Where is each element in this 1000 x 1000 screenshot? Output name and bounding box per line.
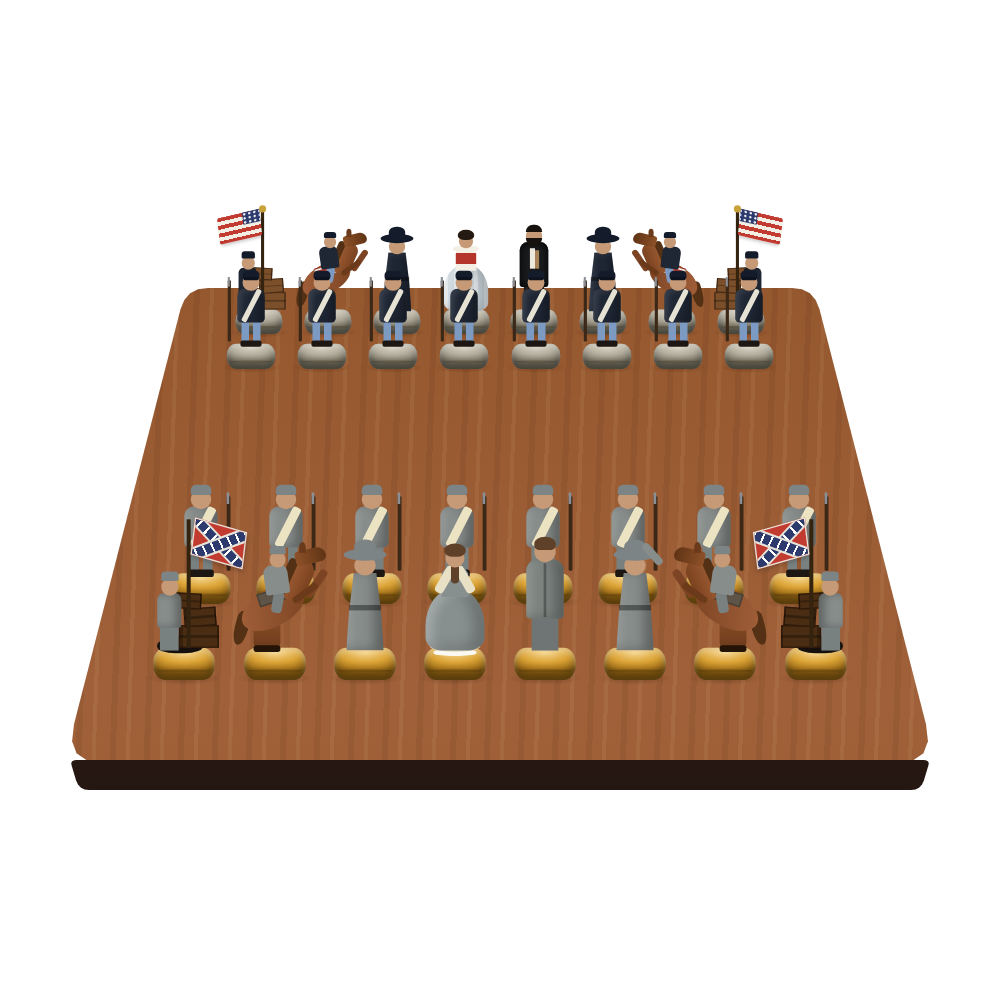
part-sash <box>597 289 618 323</box>
part-sh <box>668 594 760 611</box>
part-sash <box>241 289 262 323</box>
piece-union-black-bishop-f8 <box>542 171 665 334</box>
part-khair <box>526 225 542 232</box>
part-rider-t <box>318 245 339 270</box>
part-coat <box>697 507 730 548</box>
part-shawlR <box>454 564 477 594</box>
part-legs <box>275 545 298 576</box>
part-rifle <box>483 496 487 570</box>
part-kcoat <box>520 242 549 287</box>
part-bse <box>599 573 658 604</box>
part-sash <box>739 289 760 323</box>
part-kvent <box>544 563 547 617</box>
part-bse <box>582 344 631 369</box>
part-legs <box>313 321 332 346</box>
piece-union-black-knight-b8 <box>266 171 389 334</box>
part-brim <box>599 278 614 281</box>
part-sh <box>411 594 503 611</box>
part-boots <box>444 569 470 577</box>
piece-union-black-knight-g8 <box>611 171 734 334</box>
part-sh <box>284 361 360 375</box>
part-rider-h <box>269 551 285 567</box>
part-hneck <box>683 557 720 605</box>
part-b-c <box>241 251 254 258</box>
part-ohead <box>625 555 646 575</box>
part-boots <box>383 341 404 347</box>
part-hlegF1 <box>350 249 369 273</box>
part-hatbrim <box>587 234 620 243</box>
part-sash <box>274 506 302 549</box>
piece-union-black-pawn-f7 <box>543 200 670 369</box>
part-kepi <box>669 271 686 279</box>
piece-confederate-white-pawn-b2 <box>209 399 363 604</box>
part-bse <box>695 648 757 680</box>
part-sh <box>360 326 434 339</box>
piece-confederate-white-pawn-h2 <box>722 399 876 604</box>
piece-confederate-white-rook-a1 <box>104 466 265 680</box>
piece-confederate-white-bishop-f1 <box>555 466 716 680</box>
part-bse <box>298 344 347 369</box>
part-riftip <box>654 492 657 504</box>
part-skwhite <box>433 649 476 656</box>
part-hatbrim <box>614 549 657 561</box>
part-sh <box>582 594 674 611</box>
part-sack <box>158 637 204 653</box>
part-rifle <box>739 496 743 570</box>
piece-union-black-pawn-g7 <box>614 200 741 369</box>
part-sh <box>587 669 683 686</box>
part-bodice <box>455 248 475 270</box>
part-b-h <box>745 256 758 269</box>
piece-union-black-pawn-d7 <box>401 200 528 369</box>
piece-confederate-white-pawn-g2 <box>637 399 791 604</box>
part-rifle <box>568 496 572 570</box>
part-sh <box>640 361 716 375</box>
part-head <box>276 490 297 509</box>
part-bse <box>514 648 576 680</box>
part-b-legs <box>821 626 840 650</box>
part-kcoat <box>526 559 563 618</box>
part-b-legs <box>160 626 179 650</box>
part-boots <box>241 341 262 347</box>
part-riftip <box>568 492 571 504</box>
part-sash <box>189 506 217 549</box>
piece-union-black-pawn-a7 <box>188 200 315 369</box>
part-boots <box>596 341 617 347</box>
part-khair <box>534 537 555 550</box>
part-bse <box>428 573 487 604</box>
part-brim <box>670 278 685 281</box>
part-sh <box>767 669 863 686</box>
part-hear <box>695 542 702 553</box>
part-flagC <box>752 517 809 569</box>
part-ocoat <box>589 252 618 311</box>
part-sh <box>569 361 645 375</box>
part-rifle <box>512 281 515 342</box>
part-rider-t <box>710 563 738 596</box>
part-b-h <box>241 256 254 269</box>
part-riftip <box>312 492 315 504</box>
part-khead <box>526 228 542 244</box>
part-brim <box>741 278 756 281</box>
part-head <box>598 275 615 291</box>
pieces-layer <box>0 0 1000 1000</box>
part-boots <box>525 341 546 347</box>
part-flagC <box>191 517 248 569</box>
part-legs <box>668 321 687 346</box>
part-coat <box>612 507 645 548</box>
part-legs <box>360 545 383 576</box>
part-obelt <box>349 605 381 610</box>
part-hatbrim <box>380 234 413 243</box>
piece-union-black-king-e8 <box>473 171 596 334</box>
part-qhead <box>458 234 472 248</box>
piece-union-black-pawn-b7 <box>259 200 386 369</box>
part-brim <box>315 278 330 281</box>
part-sash <box>445 506 473 549</box>
part-hbody <box>690 575 767 641</box>
part-sash <box>383 289 404 323</box>
piece-confederate-white-pawn-a2 <box>124 399 278 604</box>
part-obelt <box>384 277 409 281</box>
part-sash <box>360 506 388 549</box>
part-rifle <box>397 496 401 570</box>
part-boots <box>701 569 727 577</box>
part-kshirt <box>530 248 535 268</box>
part-blank <box>256 586 286 607</box>
part-hear <box>299 542 306 553</box>
part-sh <box>497 361 573 375</box>
part-ohead <box>354 555 375 575</box>
part-boots <box>188 569 214 577</box>
part-bse <box>511 309 558 334</box>
part-sash <box>526 289 547 323</box>
part-legs <box>526 321 545 346</box>
part-kepi <box>314 271 331 279</box>
part-brim <box>386 278 401 281</box>
part-crate <box>252 267 272 280</box>
part-sh <box>677 669 773 686</box>
piece-union-black-pawn-c7 <box>330 200 457 369</box>
piece-confederate-white-knight-b1 <box>194 466 355 680</box>
part-htail <box>748 609 770 646</box>
part-sash <box>531 506 559 549</box>
part-riftip <box>228 278 230 288</box>
piece-confederate-white-queen-d1 <box>375 466 536 680</box>
part-sh <box>426 361 502 375</box>
part-khead <box>534 541 555 562</box>
part-hneck <box>640 240 668 276</box>
part-coat <box>522 289 549 323</box>
part-bse <box>718 309 765 334</box>
part-b-t <box>818 593 842 628</box>
part-pole <box>736 211 739 309</box>
part-sh <box>704 326 778 339</box>
part-hatdome <box>625 539 646 554</box>
part-riftip <box>512 278 514 288</box>
part-hhead <box>673 545 706 567</box>
part-sh <box>355 361 431 375</box>
part-head <box>669 275 686 291</box>
part-riftip <box>825 492 828 504</box>
part-hatdome <box>354 539 375 554</box>
part-skruffle <box>429 640 480 652</box>
part-sh <box>316 669 412 686</box>
photo-stage <box>0 0 1000 1000</box>
part-rider-leg <box>716 591 730 614</box>
part-head <box>447 490 468 509</box>
part-bse <box>342 573 401 604</box>
piece-confederate-white-bishop-c1 <box>284 466 445 680</box>
part-hlegF1 <box>631 249 650 273</box>
part-canton <box>740 209 758 225</box>
part-hmane <box>654 240 674 273</box>
part-rifle <box>654 496 658 570</box>
part-shawlL <box>433 564 456 594</box>
part-bse <box>171 573 230 604</box>
part-head <box>243 275 260 291</box>
piece-confederate-white-knight-g1 <box>645 466 806 680</box>
part-ohead <box>595 239 611 254</box>
part-hooves <box>253 645 280 652</box>
part-hooves <box>311 307 331 312</box>
part-sh <box>291 326 365 339</box>
part-saltB <box>191 528 248 561</box>
part-boots <box>667 341 688 347</box>
part-hhead <box>632 231 658 248</box>
part-skirt <box>425 589 484 651</box>
part-rider-leg <box>324 266 335 284</box>
part-bse <box>424 648 486 680</box>
part-bse <box>304 309 351 334</box>
part-saltA <box>191 517 248 569</box>
part-bse <box>373 309 420 334</box>
part-bse <box>770 573 829 604</box>
part-bse <box>369 344 418 369</box>
part-riftip <box>441 278 443 288</box>
part-bse <box>725 344 774 369</box>
piece-union-black-queen-d8 <box>404 171 527 334</box>
piece-union-black-pawn-e7 <box>472 200 599 369</box>
part-bse <box>227 344 276 369</box>
part-crate <box>783 606 816 627</box>
part-riftip <box>483 492 486 504</box>
part-coat <box>664 289 691 323</box>
part-legs <box>189 545 212 576</box>
part-rider-c <box>715 546 731 554</box>
part-salute <box>641 541 665 566</box>
part-kbeard <box>526 238 542 246</box>
part-sash <box>454 289 475 323</box>
part-bse <box>513 573 572 604</box>
part-htail <box>230 609 252 646</box>
part-b-legs <box>240 293 254 311</box>
part-sash <box>668 289 689 323</box>
part-coat <box>735 289 762 323</box>
part-hmane <box>701 557 727 600</box>
part-rifle <box>654 281 657 342</box>
part-coat <box>593 289 620 323</box>
part-legs <box>242 321 261 346</box>
part-flagU <box>738 209 783 245</box>
part-boots <box>615 569 641 577</box>
part-hhead <box>342 231 368 248</box>
part-bse <box>785 648 847 680</box>
part-rider-leg <box>270 591 284 614</box>
part-bse <box>154 648 216 680</box>
part-kepi <box>704 485 725 495</box>
part-kepi <box>456 271 473 279</box>
part-sack <box>797 637 843 653</box>
part-crate <box>255 292 286 309</box>
part-head <box>618 490 639 509</box>
piece-union-black-pawn-h7 <box>685 200 812 369</box>
part-boots <box>312 341 333 347</box>
part-kvest <box>535 250 539 268</box>
part-ktrs <box>532 613 559 650</box>
part-hlegF1 <box>304 568 329 599</box>
part-pole <box>261 211 264 309</box>
part-blank <box>313 263 336 279</box>
part-head <box>361 490 382 509</box>
part-sh <box>635 326 709 339</box>
part-boots <box>738 341 759 347</box>
part-crate <box>184 606 217 627</box>
part-crate <box>798 592 824 609</box>
part-hooves <box>668 307 688 312</box>
part-kepi <box>361 485 382 495</box>
part-bse <box>653 344 702 369</box>
part-kepi <box>243 271 260 279</box>
part-head <box>532 490 553 509</box>
part-qhair <box>444 543 465 556</box>
part-bse <box>684 573 743 604</box>
part-ktrs <box>524 283 544 312</box>
part-rifle <box>312 496 316 570</box>
part-coat <box>783 507 816 548</box>
part-legs <box>788 545 811 576</box>
part-rifle <box>299 281 302 342</box>
part-canton <box>242 209 260 225</box>
part-hhind <box>720 617 747 649</box>
part-hlegF2 <box>639 259 660 276</box>
part-rider-leg <box>665 266 676 284</box>
part-bse <box>244 648 306 680</box>
part-sh <box>240 594 332 611</box>
part-crate <box>715 292 746 309</box>
part-rider-c <box>664 232 676 238</box>
part-ohead <box>388 239 404 254</box>
part-hbody <box>645 254 704 304</box>
part-sash <box>787 506 815 549</box>
part-legs <box>597 321 616 346</box>
piece-union-black-rook-a8 <box>198 171 321 334</box>
part-sh <box>226 669 322 686</box>
part-hhind <box>311 286 331 311</box>
piece-confederate-white-pawn-c2 <box>295 399 449 604</box>
part-ocoat <box>382 252 411 311</box>
part-saltA <box>752 517 809 569</box>
part-blank <box>715 586 745 607</box>
part-legs <box>531 545 554 576</box>
part-head <box>740 275 757 291</box>
part-rifle <box>583 281 586 342</box>
part-obelt <box>619 605 651 610</box>
part-hbody <box>233 575 310 641</box>
part-flagU <box>217 209 262 245</box>
part-hatbrim <box>343 549 386 561</box>
part-hmane <box>273 557 299 600</box>
part-saltB <box>752 528 809 561</box>
part-sash <box>616 506 644 549</box>
part-coat <box>451 289 478 323</box>
part-legs <box>739 321 758 346</box>
part-bse <box>442 309 489 334</box>
part-b-legs <box>745 293 759 311</box>
part-obelt <box>591 277 616 281</box>
part-ocoat <box>617 573 654 651</box>
part-hlegF2 <box>291 581 319 604</box>
part-hlegF1 <box>672 568 697 599</box>
piece-confederate-white-pawn-e2 <box>466 399 620 604</box>
part-bse <box>511 344 560 369</box>
part-b-c <box>745 251 758 258</box>
part-qhead <box>446 549 465 568</box>
part-hlegF2 <box>681 581 709 604</box>
part-kepi <box>618 485 639 495</box>
part-brim <box>457 278 472 281</box>
part-kepi <box>740 271 757 279</box>
part-skirt <box>443 264 488 311</box>
part-bse <box>580 309 627 334</box>
part-hatdome <box>388 227 404 238</box>
part-sh <box>155 594 247 611</box>
part-rider-t <box>661 245 682 270</box>
part-kepi <box>447 485 468 495</box>
part-fin <box>734 205 741 212</box>
part-hmane <box>327 240 347 273</box>
part-qhair <box>457 230 473 240</box>
part-pole <box>187 519 191 648</box>
part-hooves <box>720 645 747 652</box>
part-boots <box>530 569 556 577</box>
part-head <box>456 275 473 291</box>
part-htail <box>689 280 706 308</box>
part-riftip <box>739 492 742 504</box>
part-coat <box>237 289 264 323</box>
part-rifle <box>370 281 373 342</box>
part-coat <box>380 289 407 323</box>
part-legs <box>617 545 640 576</box>
part-rifle <box>825 496 829 570</box>
part-coat <box>355 507 388 548</box>
part-hear <box>346 229 351 237</box>
part-boots <box>454 341 475 347</box>
part-bse <box>257 573 316 604</box>
part-rifle <box>726 281 729 342</box>
part-bse <box>604 648 666 680</box>
part-hatdome <box>595 227 611 238</box>
part-sh <box>498 326 572 339</box>
part-b-t <box>743 268 761 295</box>
part-sh <box>753 594 845 611</box>
part-b-h <box>821 578 838 595</box>
part-kepi <box>527 271 544 279</box>
part-riftip <box>583 278 585 288</box>
part-coat <box>184 507 217 548</box>
part-riftip <box>299 278 301 288</box>
part-legs <box>384 321 403 346</box>
